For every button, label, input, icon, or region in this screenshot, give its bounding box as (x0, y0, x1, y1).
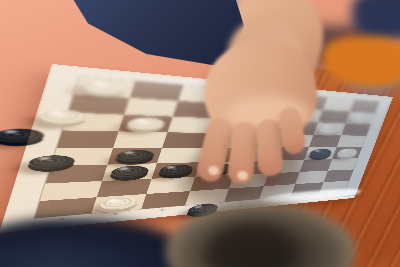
ring-finger (256, 119, 283, 177)
photo-checkers-game (0, 0, 400, 267)
